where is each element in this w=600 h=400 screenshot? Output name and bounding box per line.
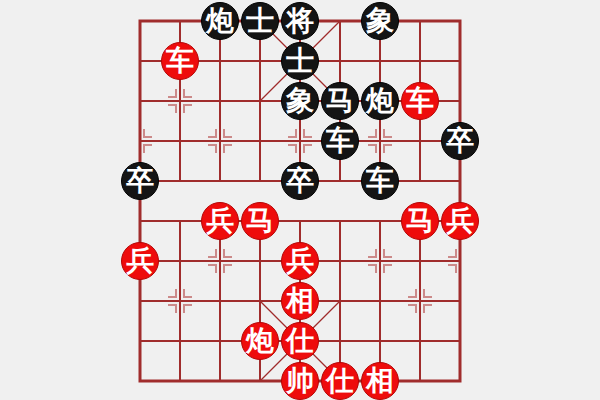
board-point: 象 <box>280 81 320 121</box>
board-point: 马 <box>400 201 440 241</box>
piece-red-elephant[interactable]: 相 <box>281 282 319 320</box>
piece-red-cannon[interactable]: 炮 <box>241 322 279 360</box>
board-point: 马 <box>240 201 280 241</box>
piece-red-pawn[interactable]: 兵 <box>281 242 319 280</box>
board-point: 炮 <box>200 1 240 41</box>
board-point: 车 <box>400 81 440 121</box>
board-point: 卒 <box>440 121 480 161</box>
piece-black-advisor[interactable]: 士 <box>241 2 279 40</box>
board-point: 仕 <box>320 361 360 400</box>
xiangqi-board[interactable]: 炮士将象车士象马炮车车卒卒卒车兵马马兵兵兵相炮仕帅仕相 <box>0 0 600 400</box>
board-point: 士 <box>240 1 280 41</box>
piece-black-advisor[interactable]: 士 <box>281 42 319 80</box>
piece-red-horse[interactable]: 马 <box>401 202 439 240</box>
piece-black-pawn[interactable]: 卒 <box>121 162 159 200</box>
piece-red-advisor[interactable]: 仕 <box>281 322 319 360</box>
piece-red-pawn[interactable]: 兵 <box>441 202 479 240</box>
board-point: 车 <box>320 121 360 161</box>
board-point: 帅 <box>280 361 320 400</box>
board-point: 车 <box>360 161 400 201</box>
piece-black-cannon[interactable]: 炮 <box>201 2 239 40</box>
board-point: 仕 <box>280 321 320 361</box>
board-point: 炮 <box>240 321 280 361</box>
piece-black-pawn[interactable]: 卒 <box>281 162 319 200</box>
piece-black-chariot[interactable]: 车 <box>321 122 359 160</box>
board-point: 相 <box>360 361 400 400</box>
board-point: 士 <box>280 41 320 81</box>
piece-red-pawn[interactable]: 兵 <box>121 242 159 280</box>
board-point: 卒 <box>280 161 320 201</box>
board-point: 兵 <box>280 241 320 281</box>
board-point: 卒 <box>120 161 160 201</box>
board-point: 车 <box>160 41 200 81</box>
board-point: 兵 <box>120 241 160 281</box>
xiangqi-app: 炮士将象车士象马炮车车卒卒卒车兵马马兵兵兵相炮仕帅仕相 <box>0 0 600 400</box>
piece-red-general[interactable]: 帅 <box>281 362 319 400</box>
piece-red-pawn[interactable]: 兵 <box>201 202 239 240</box>
piece-black-elephant[interactable]: 象 <box>361 2 399 40</box>
piece-black-pawn[interactable]: 卒 <box>441 122 479 160</box>
piece-red-chariot[interactable]: 车 <box>401 82 439 120</box>
board-point: 炮 <box>360 81 400 121</box>
board-point: 将 <box>280 1 320 41</box>
board-point: 象 <box>360 1 400 41</box>
piece-black-chariot[interactable]: 车 <box>361 162 399 200</box>
piece-black-general[interactable]: 将 <box>281 2 319 40</box>
pieces-layer: 炮士将象车士象马炮车车卒卒卒车兵马马兵兵兵相炮仕帅仕相 <box>120 1 480 400</box>
piece-black-horse[interactable]: 马 <box>321 82 359 120</box>
board-point: 相 <box>280 281 320 321</box>
board-point: 兵 <box>200 201 240 241</box>
board-point: 兵 <box>440 201 480 241</box>
board-point: 马 <box>320 81 360 121</box>
piece-black-cannon[interactable]: 炮 <box>361 82 399 120</box>
piece-red-advisor[interactable]: 仕 <box>321 362 359 400</box>
piece-red-chariot[interactable]: 车 <box>161 42 199 80</box>
piece-red-elephant[interactable]: 相 <box>361 362 399 400</box>
piece-black-elephant[interactable]: 象 <box>281 82 319 120</box>
piece-red-horse[interactable]: 马 <box>241 202 279 240</box>
